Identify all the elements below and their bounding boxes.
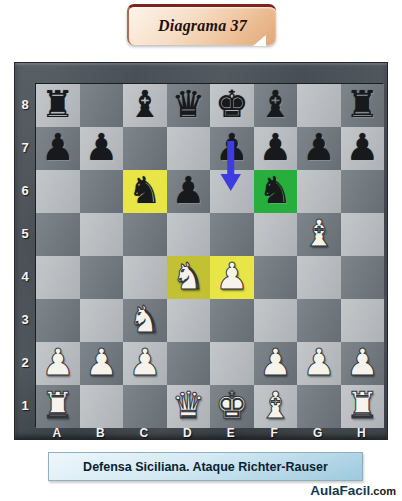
white-rook-h1: ♜	[346, 387, 379, 424]
rank-label-7: 7	[15, 126, 35, 169]
black-pawn-f7: ♟	[259, 129, 292, 166]
square-a4	[36, 256, 80, 299]
diagram-title: Diagrama 37	[158, 17, 247, 35]
square-c5	[123, 213, 167, 256]
square-a5	[36, 213, 80, 256]
white-knight-d4: ♞	[172, 258, 205, 295]
square-d8: ♛	[167, 84, 211, 127]
file-label-d: D	[166, 427, 210, 440]
square-f1: ♝	[254, 385, 298, 428]
square-h2: ♟	[341, 342, 385, 385]
square-g8	[297, 84, 341, 127]
caption-box: Defensa Siciliana. Ataque Richter-Rauser	[48, 452, 363, 481]
white-knight-c3: ♞	[128, 301, 161, 338]
square-d2	[167, 342, 211, 385]
square-e8: ♚	[210, 84, 254, 127]
square-f7: ♟	[254, 127, 298, 170]
square-c1	[123, 385, 167, 428]
black-knight-f6: ♞	[259, 172, 292, 209]
square-g5: ♝	[297, 213, 341, 256]
black-pawn-g7: ♟	[302, 129, 335, 166]
black-pawn-d6: ♟	[172, 172, 205, 209]
square-h1: ♜	[341, 385, 385, 428]
square-a7: ♟	[36, 127, 80, 170]
square-f6: ♞	[254, 170, 298, 213]
square-h4	[341, 256, 385, 299]
square-c4	[123, 256, 167, 299]
square-h3	[341, 299, 385, 342]
chess-board-frame: 87654321 ♜♝♛♚♝♜♟♟♟♟♟♟♞♟♞♝♞♟♞♟♟♟♟♟♟♜♛♚♝♜ …	[14, 62, 388, 440]
square-b7: ♟	[80, 127, 124, 170]
file-labels: ABCDEFGH	[35, 427, 383, 440]
square-d4: ♞	[167, 256, 211, 299]
white-bishop-g5: ♝	[302, 215, 335, 252]
black-king-e8: ♚	[215, 86, 248, 123]
black-rook-h8: ♜	[346, 86, 379, 123]
square-h8: ♜	[341, 84, 385, 127]
square-c8: ♝	[123, 84, 167, 127]
square-g2: ♟	[297, 342, 341, 385]
white-king-e1: ♚	[215, 387, 248, 424]
rank-label-6: 6	[15, 169, 35, 212]
file-label-e: E	[209, 427, 253, 440]
black-knight-c6: ♞	[128, 172, 161, 209]
square-g1	[297, 385, 341, 428]
square-f3	[254, 299, 298, 342]
black-pawn-b7: ♟	[85, 129, 118, 166]
site-logo: AulaFacil .com	[310, 483, 396, 498]
white-pawn-a2: ♟	[41, 344, 74, 381]
square-b5	[80, 213, 124, 256]
white-pawn-e4: ♟	[215, 258, 248, 295]
square-e1: ♚	[210, 385, 254, 428]
rank-labels: 87654321	[15, 83, 35, 427]
file-label-h: H	[340, 427, 384, 440]
square-b3	[80, 299, 124, 342]
white-pawn-h2: ♟	[346, 344, 379, 381]
square-a3	[36, 299, 80, 342]
square-c7	[123, 127, 167, 170]
square-b2: ♟	[80, 342, 124, 385]
black-pawn-a7: ♟	[41, 129, 74, 166]
banner-fold-icon	[253, 35, 266, 46]
square-h6	[341, 170, 385, 213]
square-e5	[210, 213, 254, 256]
white-rook-a1: ♜	[41, 387, 74, 424]
square-c3: ♞	[123, 299, 167, 342]
file-label-b: B	[79, 427, 123, 440]
rank-label-5: 5	[15, 212, 35, 255]
square-d7	[167, 127, 211, 170]
square-e2	[210, 342, 254, 385]
square-f4	[254, 256, 298, 299]
square-e7: ♟	[210, 127, 254, 170]
square-h7: ♟	[341, 127, 385, 170]
rank-label-8: 8	[15, 83, 35, 126]
black-pawn-h7: ♟	[346, 129, 379, 166]
square-e4: ♟	[210, 256, 254, 299]
square-d1: ♛	[167, 385, 211, 428]
white-pawn-g2: ♟	[302, 344, 335, 381]
rank-label-1: 1	[15, 384, 35, 427]
file-label-a: A	[35, 427, 79, 440]
square-e6	[210, 170, 254, 213]
square-b8	[80, 84, 124, 127]
file-label-f: F	[253, 427, 297, 440]
white-bishop-f1: ♝	[259, 387, 292, 424]
diagram-banner: Diagrama 37	[127, 4, 276, 45]
square-f2: ♟	[254, 342, 298, 385]
rank-label-2: 2	[15, 341, 35, 384]
file-label-g: G	[296, 427, 340, 440]
square-g4	[297, 256, 341, 299]
rank-label-3: 3	[15, 298, 35, 341]
square-e3	[210, 299, 254, 342]
white-queen-d1: ♛	[172, 387, 205, 424]
black-pawn-e7: ♟	[215, 129, 248, 166]
square-g6	[297, 170, 341, 213]
square-c6: ♞	[123, 170, 167, 213]
square-c2: ♟	[123, 342, 167, 385]
square-g3	[297, 299, 341, 342]
site-tld: .com	[370, 485, 396, 497]
square-d6: ♟	[167, 170, 211, 213]
white-pawn-b2: ♟	[85, 344, 118, 381]
rank-label-4: 4	[15, 255, 35, 298]
opening-name: Defensa Siciliana. Ataque Richter-Rauser	[83, 460, 328, 474]
square-g7: ♟	[297, 127, 341, 170]
square-b6	[80, 170, 124, 213]
black-rook-a8: ♜	[41, 86, 74, 123]
square-f8: ♝	[254, 84, 298, 127]
square-h5	[341, 213, 385, 256]
square-a2: ♟	[36, 342, 80, 385]
square-f5	[254, 213, 298, 256]
black-queen-d8: ♛	[172, 86, 205, 123]
black-bishop-c8: ♝	[128, 86, 161, 123]
white-pawn-f2: ♟	[259, 344, 292, 381]
file-label-c: C	[122, 427, 166, 440]
white-pawn-c2: ♟	[128, 344, 161, 381]
square-d5	[167, 213, 211, 256]
site-name: AulaFacil	[310, 483, 370, 498]
page: Diagrama 37 87654321 ♜♝♛♚♝♜♟♟♟♟♟♟♞♟♞♝♞♟♞…	[0, 0, 402, 501]
square-a8: ♜	[36, 84, 80, 127]
square-a6	[36, 170, 80, 213]
square-b1	[80, 385, 124, 428]
square-d3	[167, 299, 211, 342]
square-b4	[80, 256, 124, 299]
board-grid: ♜♝♛♚♝♜♟♟♟♟♟♟♞♟♞♝♞♟♞♟♟♟♟♟♟♜♛♚♝♜	[35, 83, 383, 427]
black-bishop-f8: ♝	[259, 86, 292, 123]
square-a1: ♜	[36, 385, 80, 428]
